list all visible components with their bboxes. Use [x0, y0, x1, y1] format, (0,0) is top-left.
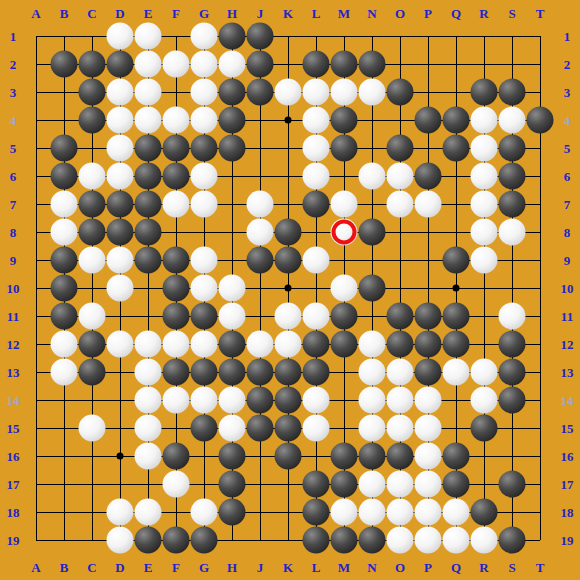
- row-label-left-10: 10: [7, 282, 20, 295]
- black-stone-S19[interactable]: [499, 527, 526, 554]
- white-stone-O19[interactable]: [387, 527, 414, 554]
- white-stone-N18[interactable]: [359, 499, 386, 526]
- black-stone-H5[interactable]: [219, 135, 246, 162]
- black-stone-B2[interactable]: [51, 51, 78, 78]
- white-stone-N12[interactable]: [359, 331, 386, 358]
- row-label-right-5: 5: [564, 142, 571, 155]
- black-stone-H18[interactable]: [219, 499, 246, 526]
- white-stone-G9[interactable]: [191, 247, 218, 274]
- white-stone-D12[interactable]: [107, 331, 134, 358]
- white-stone-S8[interactable]: [499, 219, 526, 246]
- white-stone-P7[interactable]: [415, 191, 442, 218]
- black-stone-S17[interactable]: [499, 471, 526, 498]
- white-stone-K3[interactable]: [275, 79, 302, 106]
- white-stone-M7[interactable]: [331, 191, 358, 218]
- black-stone-F16[interactable]: [163, 443, 190, 470]
- black-stone-L19[interactable]: [303, 527, 330, 554]
- white-stone-E13[interactable]: [135, 359, 162, 386]
- row-label-right-1: 1: [564, 30, 571, 43]
- black-stone-D8[interactable]: [107, 219, 134, 246]
- black-stone-M11[interactable]: [331, 303, 358, 330]
- black-stone-J14[interactable]: [247, 387, 274, 414]
- white-stone-B7[interactable]: [51, 191, 78, 218]
- white-stone-L5[interactable]: [303, 135, 330, 162]
- col-label-top-C: C: [87, 7, 96, 20]
- black-stone-M17[interactable]: [331, 471, 358, 498]
- col-label-top-A: A: [31, 7, 40, 20]
- col-label-bottom-G: G: [199, 561, 209, 574]
- black-stone-N8[interactable]: [359, 219, 386, 246]
- white-stone-M10[interactable]: [331, 275, 358, 302]
- col-label-top-S: S: [508, 7, 515, 20]
- col-label-bottom-C: C: [87, 561, 96, 574]
- white-stone-O15[interactable]: [387, 415, 414, 442]
- white-stone-E15[interactable]: [135, 415, 162, 442]
- black-stone-T4[interactable]: [527, 107, 554, 134]
- col-label-top-L: L: [312, 7, 321, 20]
- white-stone-O18[interactable]: [387, 499, 414, 526]
- white-stone-B13[interactable]: [51, 359, 78, 386]
- black-stone-H12[interactable]: [219, 331, 246, 358]
- white-stone-G12[interactable]: [191, 331, 218, 358]
- white-stone-F4[interactable]: [163, 107, 190, 134]
- star-point-K10: [285, 285, 292, 292]
- col-label-top-T: T: [536, 7, 545, 20]
- white-stone-N14[interactable]: [359, 387, 386, 414]
- black-stone-G11[interactable]: [191, 303, 218, 330]
- black-stone-S14[interactable]: [499, 387, 526, 414]
- black-stone-C12[interactable]: [79, 331, 106, 358]
- black-stone-M2[interactable]: [331, 51, 358, 78]
- black-stone-C7[interactable]: [79, 191, 106, 218]
- white-stone-D18[interactable]: [107, 499, 134, 526]
- white-stone-J12[interactable]: [247, 331, 274, 358]
- white-stone-E16[interactable]: [135, 443, 162, 470]
- black-stone-B9[interactable]: [51, 247, 78, 274]
- black-stone-K16[interactable]: [275, 443, 302, 470]
- row-label-left-7: 7: [10, 198, 17, 211]
- black-stone-C13[interactable]: [79, 359, 106, 386]
- black-stone-L7[interactable]: [303, 191, 330, 218]
- black-stone-F6[interactable]: [163, 163, 190, 190]
- col-label-bottom-H: H: [227, 561, 237, 574]
- col-label-bottom-N: N: [367, 561, 376, 574]
- row-label-left-16: 16: [7, 450, 20, 463]
- white-stone-R7[interactable]: [471, 191, 498, 218]
- black-stone-N2[interactable]: [359, 51, 386, 78]
- white-stone-D19[interactable]: [107, 527, 134, 554]
- white-stone-S11[interactable]: [499, 303, 526, 330]
- black-stone-O11[interactable]: [387, 303, 414, 330]
- white-stone-D4[interactable]: [107, 107, 134, 134]
- black-stone-L13[interactable]: [303, 359, 330, 386]
- white-stone-E18[interactable]: [135, 499, 162, 526]
- row-label-left-12: 12: [7, 338, 20, 351]
- last-move-marker-M8: [332, 220, 357, 245]
- row-label-left-4: 4: [10, 114, 17, 127]
- black-stone-C8[interactable]: [79, 219, 106, 246]
- white-stone-D9[interactable]: [107, 247, 134, 274]
- row-label-left-19: 19: [7, 534, 20, 547]
- black-stone-G19[interactable]: [191, 527, 218, 554]
- white-stone-R5[interactable]: [471, 135, 498, 162]
- col-label-bottom-B: B: [60, 561, 69, 574]
- col-label-top-H: H: [227, 7, 237, 20]
- black-stone-H16[interactable]: [219, 443, 246, 470]
- white-stone-H15[interactable]: [219, 415, 246, 442]
- white-stone-J8[interactable]: [247, 219, 274, 246]
- white-stone-R19[interactable]: [471, 527, 498, 554]
- white-stone-N13[interactable]: [359, 359, 386, 386]
- white-stone-L9[interactable]: [303, 247, 330, 274]
- row-label-left-17: 17: [7, 478, 20, 491]
- white-stone-G1[interactable]: [191, 23, 218, 50]
- black-stone-E19[interactable]: [135, 527, 162, 554]
- row-label-right-17: 17: [561, 478, 574, 491]
- col-label-top-P: P: [424, 7, 432, 20]
- black-stone-C2[interactable]: [79, 51, 106, 78]
- white-stone-G18[interactable]: [191, 499, 218, 526]
- white-stone-P16[interactable]: [415, 443, 442, 470]
- white-stone-G3[interactable]: [191, 79, 218, 106]
- col-label-bottom-K: K: [283, 561, 293, 574]
- black-stone-G13[interactable]: [191, 359, 218, 386]
- col-label-top-E: E: [144, 7, 153, 20]
- row-label-left-14: 14: [7, 394, 20, 407]
- black-stone-E8[interactable]: [135, 219, 162, 246]
- row-label-right-9: 9: [564, 254, 571, 267]
- black-stone-K8[interactable]: [275, 219, 302, 246]
- white-stone-F17[interactable]: [163, 471, 190, 498]
- black-stone-F19[interactable]: [163, 527, 190, 554]
- black-stone-J2[interactable]: [247, 51, 274, 78]
- col-label-top-M: M: [338, 7, 350, 20]
- white-stone-N3[interactable]: [359, 79, 386, 106]
- row-label-left-15: 15: [7, 422, 20, 435]
- black-stone-J15[interactable]: [247, 415, 274, 442]
- white-stone-M18[interactable]: [331, 499, 358, 526]
- black-stone-S13[interactable]: [499, 359, 526, 386]
- white-stone-R13[interactable]: [471, 359, 498, 386]
- black-stone-E7[interactable]: [135, 191, 162, 218]
- row-label-left-9: 9: [10, 254, 17, 267]
- black-stone-S7[interactable]: [499, 191, 526, 218]
- black-stone-J3[interactable]: [247, 79, 274, 106]
- black-stone-E6[interactable]: [135, 163, 162, 190]
- white-stone-O17[interactable]: [387, 471, 414, 498]
- black-stone-B10[interactable]: [51, 275, 78, 302]
- white-stone-E4[interactable]: [135, 107, 162, 134]
- col-label-bottom-R: R: [479, 561, 488, 574]
- black-stone-D7[interactable]: [107, 191, 134, 218]
- black-stone-M4[interactable]: [331, 107, 358, 134]
- col-label-top-N: N: [367, 7, 376, 20]
- white-stone-H11[interactable]: [219, 303, 246, 330]
- black-stone-N19[interactable]: [359, 527, 386, 554]
- white-stone-N6[interactable]: [359, 163, 386, 190]
- black-stone-G5[interactable]: [191, 135, 218, 162]
- black-stone-F13[interactable]: [163, 359, 190, 386]
- white-stone-Q19[interactable]: [443, 527, 470, 554]
- white-stone-C15[interactable]: [79, 415, 106, 442]
- black-stone-D2[interactable]: [107, 51, 134, 78]
- white-stone-K11[interactable]: [275, 303, 302, 330]
- white-stone-R6[interactable]: [471, 163, 498, 190]
- white-stone-R8[interactable]: [471, 219, 498, 246]
- white-stone-L11[interactable]: [303, 303, 330, 330]
- go-board[interactable]: AABBCCDDEEFFGGHHJJKKLLMMNNOOPPQQRRSSTT11…: [0, 0, 580, 580]
- white-stone-N17[interactable]: [359, 471, 386, 498]
- white-stone-G10[interactable]: [191, 275, 218, 302]
- col-label-bottom-O: O: [395, 561, 405, 574]
- col-label-top-R: R: [479, 7, 488, 20]
- white-stone-P15[interactable]: [415, 415, 442, 442]
- col-label-top-O: O: [395, 7, 405, 20]
- col-label-bottom-Q: Q: [451, 561, 461, 574]
- row-label-right-4: 4: [564, 114, 571, 127]
- black-stone-S3[interactable]: [499, 79, 526, 106]
- col-label-bottom-F: F: [172, 561, 180, 574]
- row-label-left-2: 2: [10, 58, 17, 71]
- black-stone-P13[interactable]: [415, 359, 442, 386]
- col-label-bottom-S: S: [508, 561, 515, 574]
- col-label-top-G: G: [199, 7, 209, 20]
- black-stone-H1[interactable]: [219, 23, 246, 50]
- row-label-left-6: 6: [10, 170, 17, 183]
- black-stone-Q9[interactable]: [443, 247, 470, 274]
- black-stone-M5[interactable]: [331, 135, 358, 162]
- white-stone-L14[interactable]: [303, 387, 330, 414]
- black-stone-O3[interactable]: [387, 79, 414, 106]
- black-stone-C4[interactable]: [79, 107, 106, 134]
- white-stone-G2[interactable]: [191, 51, 218, 78]
- white-stone-D6[interactable]: [107, 163, 134, 190]
- star-point-Q10: [453, 285, 460, 292]
- black-stone-M16[interactable]: [331, 443, 358, 470]
- white-stone-D1[interactable]: [107, 23, 134, 50]
- white-stone-H14[interactable]: [219, 387, 246, 414]
- col-label-top-Q: Q: [451, 7, 461, 20]
- white-stone-E2[interactable]: [135, 51, 162, 78]
- row-label-right-15: 15: [561, 422, 574, 435]
- black-stone-R3[interactable]: [471, 79, 498, 106]
- col-label-bottom-D: D: [115, 561, 124, 574]
- col-label-bottom-T: T: [536, 561, 545, 574]
- white-stone-O6[interactable]: [387, 163, 414, 190]
- white-stone-B12[interactable]: [51, 331, 78, 358]
- col-label-bottom-L: L: [312, 561, 321, 574]
- black-stone-E5[interactable]: [135, 135, 162, 162]
- row-label-left-1: 1: [10, 30, 17, 43]
- row-label-left-5: 5: [10, 142, 17, 155]
- white-stone-D10[interactable]: [107, 275, 134, 302]
- col-label-top-K: K: [283, 7, 293, 20]
- white-stone-G14[interactable]: [191, 387, 218, 414]
- white-stone-F7[interactable]: [163, 191, 190, 218]
- white-stone-L6[interactable]: [303, 163, 330, 190]
- black-stone-L18[interactable]: [303, 499, 330, 526]
- black-stone-L17[interactable]: [303, 471, 330, 498]
- white-stone-E3[interactable]: [135, 79, 162, 106]
- white-stone-E1[interactable]: [135, 23, 162, 50]
- black-stone-F11[interactable]: [163, 303, 190, 330]
- row-label-right-11: 11: [561, 310, 573, 323]
- white-stone-G7[interactable]: [191, 191, 218, 218]
- white-stone-D3[interactable]: [107, 79, 134, 106]
- black-stone-H3[interactable]: [219, 79, 246, 106]
- white-stone-O13[interactable]: [387, 359, 414, 386]
- white-stone-R9[interactable]: [471, 247, 498, 274]
- black-stone-M19[interactable]: [331, 527, 358, 554]
- white-stone-M3[interactable]: [331, 79, 358, 106]
- black-stone-Q5[interactable]: [443, 135, 470, 162]
- white-stone-P14[interactable]: [415, 387, 442, 414]
- black-stone-O16[interactable]: [387, 443, 414, 470]
- black-stone-N16[interactable]: [359, 443, 386, 470]
- white-stone-G6[interactable]: [191, 163, 218, 190]
- white-stone-F14[interactable]: [163, 387, 190, 414]
- row-label-left-8: 8: [10, 226, 17, 239]
- white-stone-L15[interactable]: [303, 415, 330, 442]
- white-stone-C6[interactable]: [79, 163, 106, 190]
- col-label-top-B: B: [60, 7, 69, 20]
- black-stone-J13[interactable]: [247, 359, 274, 386]
- row-label-left-13: 13: [7, 366, 20, 379]
- white-stone-Q18[interactable]: [443, 499, 470, 526]
- white-stone-O14[interactable]: [387, 387, 414, 414]
- row-label-right-14: 14: [561, 394, 574, 407]
- black-stone-B6[interactable]: [51, 163, 78, 190]
- black-stone-R18[interactable]: [471, 499, 498, 526]
- row-label-right-3: 3: [564, 86, 571, 99]
- black-stone-Q12[interactable]: [443, 331, 470, 358]
- black-stone-P12[interactable]: [415, 331, 442, 358]
- black-stone-K15[interactable]: [275, 415, 302, 442]
- row-label-left-3: 3: [10, 86, 17, 99]
- black-stone-E9[interactable]: [135, 247, 162, 274]
- col-label-top-D: D: [115, 7, 124, 20]
- white-stone-P18[interactable]: [415, 499, 442, 526]
- white-stone-F2[interactable]: [163, 51, 190, 78]
- black-stone-M12[interactable]: [331, 331, 358, 358]
- black-stone-B11[interactable]: [51, 303, 78, 330]
- black-stone-K14[interactable]: [275, 387, 302, 414]
- black-stone-K13[interactable]: [275, 359, 302, 386]
- col-label-bottom-M: M: [338, 561, 350, 574]
- row-label-left-11: 11: [7, 310, 19, 323]
- row-label-left-18: 18: [7, 506, 20, 519]
- white-stone-G4[interactable]: [191, 107, 218, 134]
- white-stone-L3[interactable]: [303, 79, 330, 106]
- white-stone-H10[interactable]: [219, 275, 246, 302]
- row-label-right-7: 7: [564, 198, 571, 211]
- black-stone-F9[interactable]: [163, 247, 190, 274]
- white-stone-J7[interactable]: [247, 191, 274, 218]
- black-stone-R15[interactable]: [471, 415, 498, 442]
- black-stone-S5[interactable]: [499, 135, 526, 162]
- row-label-right-6: 6: [564, 170, 571, 183]
- black-stone-P6[interactable]: [415, 163, 442, 190]
- black-stone-P11[interactable]: [415, 303, 442, 330]
- row-label-right-19: 19: [561, 534, 574, 547]
- col-label-top-F: F: [172, 7, 180, 20]
- black-stone-J9[interactable]: [247, 247, 274, 274]
- col-label-bottom-A: A: [31, 561, 40, 574]
- row-label-right-12: 12: [561, 338, 574, 351]
- black-stone-O5[interactable]: [387, 135, 414, 162]
- black-stone-J1[interactable]: [247, 23, 274, 50]
- white-stone-S4[interactable]: [499, 107, 526, 134]
- black-stone-Q16[interactable]: [443, 443, 470, 470]
- row-label-right-16: 16: [561, 450, 574, 463]
- white-stone-N15[interactable]: [359, 415, 386, 442]
- row-label-right-13: 13: [561, 366, 574, 379]
- black-stone-S12[interactable]: [499, 331, 526, 358]
- white-stone-H2[interactable]: [219, 51, 246, 78]
- black-stone-P4[interactable]: [415, 107, 442, 134]
- black-stone-O12[interactable]: [387, 331, 414, 358]
- black-stone-N10[interactable]: [359, 275, 386, 302]
- black-stone-S6[interactable]: [499, 163, 526, 190]
- white-stone-R14[interactable]: [471, 387, 498, 414]
- black-stone-H13[interactable]: [219, 359, 246, 386]
- white-stone-D5[interactable]: [107, 135, 134, 162]
- col-label-bottom-P: P: [424, 561, 432, 574]
- star-point-D16: [117, 453, 124, 460]
- white-stone-P19[interactable]: [415, 527, 442, 554]
- black-stone-K9[interactable]: [275, 247, 302, 274]
- row-label-right-10: 10: [561, 282, 574, 295]
- black-stone-Q11[interactable]: [443, 303, 470, 330]
- black-stone-F5[interactable]: [163, 135, 190, 162]
- col-label-bottom-J: J: [257, 561, 264, 574]
- white-stone-R4[interactable]: [471, 107, 498, 134]
- row-label-right-2: 2: [564, 58, 571, 71]
- white-stone-E14[interactable]: [135, 387, 162, 414]
- star-point-K4: [285, 117, 292, 124]
- black-stone-L2[interactable]: [303, 51, 330, 78]
- white-stone-F12[interactable]: [163, 331, 190, 358]
- col-label-top-J: J: [257, 7, 264, 20]
- white-stone-Q13[interactable]: [443, 359, 470, 386]
- black-stone-L12[interactable]: [303, 331, 330, 358]
- black-stone-Q17[interactable]: [443, 471, 470, 498]
- black-stone-Q4[interactable]: [443, 107, 470, 134]
- black-stone-H4[interactable]: [219, 107, 246, 134]
- black-stone-C3[interactable]: [79, 79, 106, 106]
- white-stone-O7[interactable]: [387, 191, 414, 218]
- black-stone-F10[interactable]: [163, 275, 190, 302]
- white-stone-K12[interactable]: [275, 331, 302, 358]
- col-label-bottom-E: E: [144, 561, 153, 574]
- black-stone-B5[interactable]: [51, 135, 78, 162]
- white-stone-E12[interactable]: [135, 331, 162, 358]
- row-label-right-8: 8: [564, 226, 571, 239]
- black-stone-H17[interactable]: [219, 471, 246, 498]
- white-stone-C11[interactable]: [79, 303, 106, 330]
- white-stone-P17[interactable]: [415, 471, 442, 498]
- white-stone-C9[interactable]: [79, 247, 106, 274]
- row-label-right-18: 18: [561, 506, 574, 519]
- white-stone-L4[interactable]: [303, 107, 330, 134]
- white-stone-B8[interactable]: [51, 219, 78, 246]
- black-stone-G15[interactable]: [191, 415, 218, 442]
